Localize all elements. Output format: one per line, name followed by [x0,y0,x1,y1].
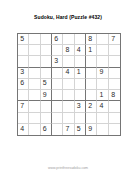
cell-r8c3 [41,113,52,124]
cell-r2c1 [18,45,29,56]
cell-r5c9 [109,79,120,90]
cell-r1c3 [41,34,52,45]
cell-r9c6: 5 [75,124,86,135]
cell-r6c6 [75,90,86,101]
cell-r5c7 [86,79,97,90]
cell-r3c4: 3 [52,56,63,67]
cell-digit: 4 [20,125,24,132]
cell-r9c2 [29,124,40,135]
cell-r6c8: 1 [97,90,108,101]
cell-r7c9 [109,101,120,112]
cell-r9c8 [97,124,108,135]
cell-digit: 9 [88,125,92,132]
cell-digit: 8 [88,35,92,42]
cell-r9c5: 7 [63,124,74,135]
cell-r2c5: 8 [63,45,74,56]
cell-r6c7 [86,90,97,101]
cell-r8c1 [18,113,29,124]
cell-r5c8 [97,79,108,90]
cell-r8c8 [97,113,108,124]
cell-r1c7: 8 [86,34,97,45]
cell-digit: 1 [100,91,104,98]
cell-r4c3 [41,68,52,79]
cell-r1c4: 6 [52,34,63,45]
cell-digit: 7 [66,125,70,132]
footer-url: www.printfreesudoku.com [0,166,136,170]
cell-r2c6: 4 [75,45,86,56]
cell-r3c8 [97,56,108,67]
cell-r6c3: 9 [41,90,52,101]
cell-r3c6 [75,56,86,67]
cell-digit: 1 [77,68,81,75]
cell-r4c2 [29,68,40,79]
cell-digit: 9 [100,68,104,75]
cell-r2c2 [29,45,40,56]
cell-r3c9 [109,56,120,67]
cell-r8c2 [29,113,40,124]
cell-digit: 5 [43,79,47,86]
cell-digit: 5 [20,35,24,42]
cell-r3c7 [86,56,97,67]
cell-r3c3 [41,56,52,67]
cell-r9c7: 9 [86,124,97,135]
cell-digit: 3 [20,68,24,75]
cell-r7c5 [63,101,74,112]
cell-r8c5 [63,113,74,124]
cell-digit: 1 [88,46,92,53]
cell-r4c1: 3 [18,68,29,79]
cell-r5c6 [75,79,86,90]
cell-digit: 4 [77,46,81,53]
cell-r1c6 [75,34,86,45]
cell-digit: 3 [54,57,58,64]
cell-digit: 8 [66,46,70,53]
cell-r8c4 [52,113,63,124]
cell-r8c6 [75,113,86,124]
cell-r8c9 [109,113,120,124]
cell-r7c6: 3 [75,101,86,112]
cell-digit: 6 [54,35,58,42]
cell-r1c2 [29,34,40,45]
cell-digit: 9 [43,91,47,98]
cell-r3c1 [18,56,29,67]
cell-r4c4 [52,68,63,79]
cell-r4c9 [109,68,120,79]
page-title: Sudoku, Hard (Puzzle #432) [0,14,136,20]
cell-r7c4 [52,101,63,112]
cell-digit: 2 [88,102,92,109]
cell-r9c4 [52,124,63,135]
cell-r1c8 [97,34,108,45]
cell-r2c3 [41,45,52,56]
cell-r7c1: 7 [18,101,29,112]
cell-digit: 5 [77,125,81,132]
cell-digit: 6 [20,79,24,86]
cell-r7c7: 2 [86,101,97,112]
cell-digit: 8 [111,91,115,98]
cell-r5c3: 5 [41,79,52,90]
cell-r6c4 [52,90,63,101]
cell-r7c2 [29,101,40,112]
cell-r9c3: 6 [41,124,52,135]
cell-r9c9 [109,124,120,135]
cell-r2c8 [97,45,108,56]
cell-r4c5: 4 [63,68,74,79]
cell-digit: 7 [20,102,24,109]
cell-r2c4 [52,45,63,56]
cell-r4c8: 9 [97,68,108,79]
cell-digit: 6 [43,125,47,132]
cell-r4c7 [86,68,97,79]
cell-r1c5 [63,34,74,45]
cell-digit: 4 [66,68,70,75]
cell-r2c9 [109,45,120,56]
cell-r6c2 [29,90,40,101]
cell-r8c7 [86,113,97,124]
cell-r4c6: 1 [75,68,86,79]
cell-r5c4 [52,79,63,90]
cell-r3c5 [63,56,74,67]
cell-r1c9: 7 [109,34,120,45]
sudoku-grid: 56878413341965918732446759 [17,33,121,136]
sudoku-page: Sudoku, Hard (Puzzle #432) 5687841334196… [0,0,136,176]
cell-r2c7: 1 [86,45,97,56]
cell-r5c1: 6 [18,79,29,90]
cell-r6c5 [63,90,74,101]
cell-r5c2 [29,79,40,90]
cell-r3c2 [29,56,40,67]
cell-digit: 3 [77,102,81,109]
cell-r6c9: 8 [109,90,120,101]
cell-r7c3 [41,101,52,112]
cell-r1c1: 5 [18,34,29,45]
cell-digit: 4 [100,102,104,109]
cell-r6c1 [18,90,29,101]
cell-digit: 7 [111,35,115,42]
cell-r9c1: 4 [18,124,29,135]
cell-r7c8: 4 [97,101,108,112]
cell-r5c5 [63,79,74,90]
